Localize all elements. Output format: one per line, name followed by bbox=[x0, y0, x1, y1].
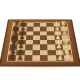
black-rook: ♜ bbox=[13, 20, 19, 27]
board-grid: ♜♟♟♜♞♟♟♞♝♟♟♝♛♟♟♛♚♟♟♚♝♟♟♝♞♟♟♞♜♟♟♜ bbox=[7, 23, 74, 62]
square: ♟ bbox=[16, 50, 24, 55]
black-pawn: ♟ bbox=[17, 48, 23, 55]
black-pawn: ♟ bbox=[18, 38, 24, 45]
white-rook: ♜ bbox=[60, 20, 66, 27]
white-pawn: ♟ bbox=[55, 34, 61, 40]
square bbox=[40, 50, 48, 55]
black-pawn: ♟ bbox=[19, 34, 25, 40]
square bbox=[25, 40, 33, 45]
square bbox=[32, 50, 40, 55]
square: ♚ bbox=[62, 40, 70, 45]
square bbox=[33, 40, 40, 45]
white-king: ♚ bbox=[62, 35, 71, 45]
black-pawn: ♟ bbox=[17, 54, 23, 61]
square bbox=[33, 35, 40, 40]
white-pawn: ♟ bbox=[57, 54, 63, 61]
black-pawn: ♟ bbox=[20, 25, 26, 31]
square bbox=[26, 35, 33, 40]
square bbox=[32, 45, 40, 50]
square bbox=[48, 50, 56, 55]
board-scene: ♜♟♟♜♞♟♟♞♝♟♟♝♛♟♟♛♚♟♟♚♝♟♟♝♞♟♟♞♜♟♟♜ bbox=[0, 0, 80, 80]
black-pawn: ♟ bbox=[18, 43, 24, 50]
square: ♛ bbox=[61, 35, 69, 40]
white-rook: ♜ bbox=[64, 53, 71, 61]
square bbox=[40, 40, 47, 45]
square: ♞ bbox=[63, 50, 71, 55]
square bbox=[25, 45, 33, 50]
square: ♞ bbox=[9, 50, 17, 55]
black-rook: ♜ bbox=[8, 53, 15, 61]
square bbox=[24, 50, 32, 55]
white-pawn: ♟ bbox=[56, 38, 62, 45]
white-pawn: ♟ bbox=[56, 48, 62, 55]
square bbox=[32, 55, 40, 61]
square: ♟ bbox=[18, 35, 26, 40]
square bbox=[40, 55, 48, 61]
square bbox=[40, 45, 48, 50]
chess-set-photo: ♜♟♟♜♞♟♟♞♝♟♟♝♛♟♟♛♚♟♟♚♝♟♟♝♞♟♟♞♜♟♟♜ bbox=[0, 0, 80, 80]
square bbox=[24, 55, 32, 61]
chess-board: ♜♟♟♜♞♟♟♞♝♟♟♝♛♟♟♛♚♟♟♚♝♟♟♝♞♟♟♞♜♟♟♜ bbox=[0, 19, 80, 66]
square bbox=[48, 55, 56, 61]
square: ♜ bbox=[64, 55, 73, 61]
white-pawn: ♟ bbox=[56, 43, 62, 50]
square: ♝ bbox=[62, 45, 70, 50]
square: ♟ bbox=[55, 50, 63, 55]
